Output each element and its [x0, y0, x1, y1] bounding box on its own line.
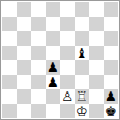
- white-pawn: ♙: [60, 89, 75, 104]
- square-c7[interactable]: [31, 17, 46, 32]
- chess-board: ♝♟♟♟♙♜♖♟♚♔♚: [2, 2, 118, 118]
- square-c5[interactable]: [31, 46, 46, 61]
- square-e2[interactable]: ♟♙: [60, 89, 75, 104]
- square-g8[interactable]: [89, 2, 104, 17]
- square-e4[interactable]: [60, 60, 75, 75]
- square-a3[interactable]: [2, 75, 17, 90]
- square-g2[interactable]: [89, 89, 104, 104]
- square-a5[interactable]: [2, 46, 17, 61]
- black-pawn: ♟: [104, 89, 119, 104]
- square-b3[interactable]: [17, 75, 32, 90]
- square-a1[interactable]: [2, 104, 17, 119]
- square-h1[interactable]: ♚: [104, 104, 119, 119]
- square-e6[interactable]: [60, 31, 75, 46]
- square-g5[interactable]: [89, 46, 104, 61]
- square-b4[interactable]: [17, 60, 32, 75]
- square-d2[interactable]: [46, 89, 61, 104]
- square-c4[interactable]: [31, 60, 46, 75]
- square-d4[interactable]: ♟: [46, 60, 61, 75]
- square-d5[interactable]: [46, 46, 61, 61]
- square-b2[interactable]: [17, 89, 32, 104]
- square-a2[interactable]: [2, 89, 17, 104]
- square-f2[interactable]: ♜♖: [75, 89, 90, 104]
- square-b7[interactable]: [17, 17, 32, 32]
- square-f5[interactable]: ♝: [75, 46, 90, 61]
- square-h7[interactable]: [104, 17, 119, 32]
- square-a8[interactable]: [2, 2, 17, 17]
- square-f7[interactable]: [75, 17, 90, 32]
- white-pawn-fill: ♟: [60, 89, 75, 104]
- square-a4[interactable]: [2, 60, 17, 75]
- square-h2[interactable]: ♟: [104, 89, 119, 104]
- white-king-fill: ♚: [75, 104, 90, 119]
- square-b1[interactable]: [17, 104, 32, 119]
- square-h3[interactable]: [104, 75, 119, 90]
- square-d3[interactable]: ♟: [46, 75, 61, 90]
- black-pawn: ♟: [46, 60, 61, 75]
- square-h6[interactable]: [104, 31, 119, 46]
- square-e1[interactable]: [60, 104, 75, 119]
- square-c8[interactable]: [31, 2, 46, 17]
- square-c3[interactable]: [31, 75, 46, 90]
- square-b8[interactable]: [17, 2, 32, 17]
- square-b6[interactable]: [17, 31, 32, 46]
- square-f8[interactable]: [75, 2, 90, 17]
- square-d1[interactable]: [46, 104, 61, 119]
- white-rook-fill: ♜: [75, 89, 90, 104]
- square-g7[interactable]: [89, 17, 104, 32]
- square-c1[interactable]: [31, 104, 46, 119]
- square-e7[interactable]: [60, 17, 75, 32]
- square-h8[interactable]: [104, 2, 119, 17]
- square-f1[interactable]: ♚♔: [75, 104, 90, 119]
- white-king: ♔: [75, 104, 90, 119]
- black-pawn: ♟: [46, 75, 61, 90]
- chess-diagram-frame: ♝♟♟♟♙♜♖♟♚♔♚: [0, 0, 120, 120]
- black-king: ♚: [104, 104, 119, 119]
- square-h4[interactable]: [104, 60, 119, 75]
- square-g6[interactable]: [89, 31, 104, 46]
- square-f4[interactable]: [75, 60, 90, 75]
- square-e8[interactable]: [60, 2, 75, 17]
- square-c6[interactable]: [31, 31, 46, 46]
- square-f6[interactable]: [75, 31, 90, 46]
- white-rook: ♖: [75, 89, 90, 104]
- square-a7[interactable]: [2, 17, 17, 32]
- square-b5[interactable]: [17, 46, 32, 61]
- square-c2[interactable]: [31, 89, 46, 104]
- square-g3[interactable]: [89, 75, 104, 90]
- square-d7[interactable]: [46, 17, 61, 32]
- square-d6[interactable]: [46, 31, 61, 46]
- square-e5[interactable]: [60, 46, 75, 61]
- square-d8[interactable]: [46, 2, 61, 17]
- square-e3[interactable]: [60, 75, 75, 90]
- square-h5[interactable]: [104, 46, 119, 61]
- black-bishop: ♝: [75, 46, 90, 61]
- square-a6[interactable]: [2, 31, 17, 46]
- square-g1[interactable]: [89, 104, 104, 119]
- square-g4[interactable]: [89, 60, 104, 75]
- square-f3[interactable]: [75, 75, 90, 90]
